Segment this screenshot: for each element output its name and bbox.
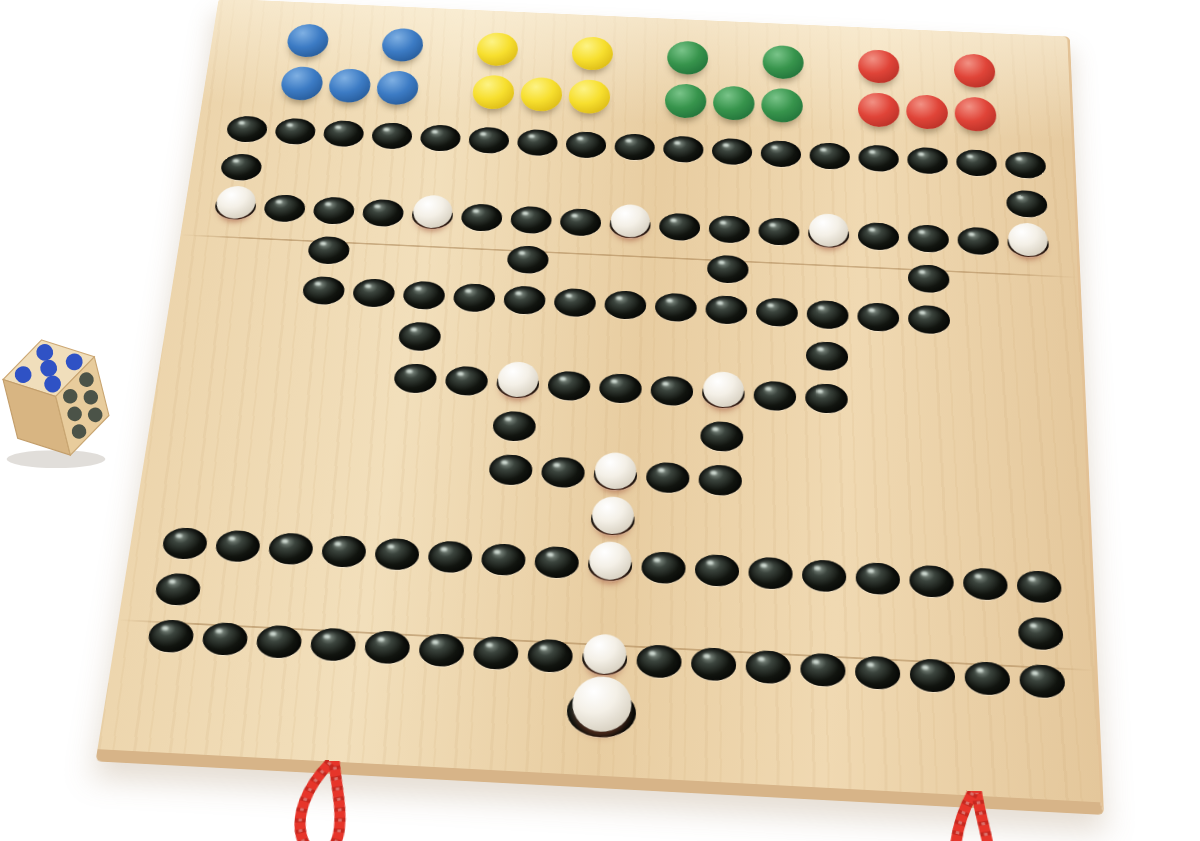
board-hole[interactable] <box>957 227 999 256</box>
board-hole[interactable] <box>807 300 849 330</box>
board-hole[interactable] <box>427 540 474 573</box>
board-hole[interactable] <box>756 297 798 327</box>
board-hole[interactable] <box>534 546 580 579</box>
yellow-ball[interactable] <box>471 75 515 110</box>
board-hole[interactable] <box>444 366 489 397</box>
board-hole[interactable] <box>559 208 602 237</box>
die-shadow <box>7 450 106 468</box>
board-hole[interactable] <box>154 572 203 606</box>
red-ball[interactable] <box>858 92 900 128</box>
board-hole[interactable] <box>393 363 438 394</box>
board-hole[interactable] <box>760 140 801 168</box>
board-hole[interactable] <box>274 118 317 146</box>
board-hole[interactable] <box>908 224 949 253</box>
board-hole[interactable] <box>320 535 367 568</box>
board-hole[interactable] <box>956 149 997 177</box>
board-hole[interactable] <box>492 411 537 442</box>
cord-loop-right <box>935 789 1011 841</box>
board-hole[interactable] <box>907 147 947 175</box>
board-hole[interactable] <box>806 341 848 371</box>
board-hole[interactable] <box>694 554 739 587</box>
board-hole[interactable] <box>553 288 596 318</box>
board-hole[interactable] <box>908 264 950 293</box>
red-ball[interactable] <box>954 96 996 132</box>
board-hole[interactable] <box>488 454 533 486</box>
board-hole[interactable] <box>965 661 1011 696</box>
board-hole[interactable] <box>1005 151 1046 179</box>
blue-ball[interactable] <box>279 66 325 101</box>
board-hole[interactable] <box>598 373 642 404</box>
board-hole[interactable] <box>857 302 899 332</box>
board-hole[interactable] <box>641 551 686 584</box>
board-hole[interactable] <box>312 196 356 225</box>
board-hole[interactable] <box>707 255 749 284</box>
board-hole[interactable] <box>201 622 250 656</box>
board-hole[interactable] <box>614 133 655 161</box>
board-hole[interactable] <box>565 131 607 159</box>
board-hole[interactable] <box>472 636 519 671</box>
board-hole[interactable] <box>753 380 796 411</box>
board-hole[interactable] <box>460 203 503 232</box>
board-hole[interactable] <box>480 543 526 576</box>
board-hole[interactable] <box>708 215 750 244</box>
green-ball[interactable] <box>761 88 803 124</box>
board-hole[interactable] <box>503 285 547 315</box>
green-ball[interactable] <box>664 83 707 119</box>
board-hole[interactable] <box>161 527 209 560</box>
board-hole[interactable] <box>809 142 849 170</box>
board-hole[interactable] <box>267 532 314 565</box>
board-hole[interactable] <box>802 559 846 593</box>
board-hole[interactable] <box>636 644 682 679</box>
board-hole[interactable] <box>363 630 411 665</box>
board-hole[interactable] <box>418 633 466 668</box>
green-ball[interactable] <box>712 86 755 122</box>
photo-scene <box>0 0 1200 841</box>
red-ball[interactable] <box>954 53 996 88</box>
board-hole[interactable] <box>705 295 748 325</box>
board-hole[interactable] <box>527 638 574 673</box>
blue-ball[interactable] <box>380 28 424 63</box>
green-ball[interactable] <box>666 41 708 76</box>
board-hole[interactable] <box>219 153 263 181</box>
board-hole[interactable] <box>1019 664 1065 699</box>
board-hole[interactable] <box>856 562 900 596</box>
board-hole[interactable] <box>748 556 793 590</box>
board-hole[interactable] <box>604 290 647 320</box>
yellow-ball[interactable] <box>568 79 612 115</box>
cord-loop-left <box>278 758 362 841</box>
board-hole[interactable] <box>468 127 510 155</box>
board-hole[interactable] <box>858 144 898 172</box>
board-hole[interactable] <box>361 199 405 228</box>
red-ball[interactable] <box>906 94 948 130</box>
board-hole[interactable] <box>540 456 585 488</box>
board-hole[interactable] <box>1017 570 1062 604</box>
board-hole[interactable] <box>419 124 461 152</box>
die[interactable] <box>0 316 112 488</box>
board-hole[interactable] <box>225 115 268 142</box>
board-hole[interactable] <box>654 293 697 323</box>
board-hole[interactable] <box>301 276 346 306</box>
board-hole[interactable] <box>255 625 304 659</box>
board-hole[interactable] <box>650 375 694 406</box>
board-hole[interactable] <box>700 421 744 453</box>
board-hole[interactable] <box>352 278 396 308</box>
board-hole[interactable] <box>909 565 953 599</box>
board-hole[interactable] <box>452 283 496 313</box>
board-hole[interactable] <box>800 652 845 687</box>
yellow-ball[interactable] <box>519 77 563 113</box>
board-hole[interactable] <box>659 213 701 242</box>
yellow-ball[interactable] <box>571 36 614 71</box>
board-hole[interactable] <box>516 129 558 157</box>
board-hole[interactable] <box>855 655 900 690</box>
board-hole[interactable] <box>663 135 704 163</box>
board-hole[interactable] <box>908 305 950 335</box>
board-hole[interactable] <box>263 194 307 223</box>
game-board <box>96 0 1104 815</box>
board-hole[interactable] <box>371 122 414 150</box>
board-hole[interactable] <box>1006 190 1048 218</box>
board-hole[interactable] <box>963 567 1008 601</box>
board-hole[interactable] <box>758 217 799 246</box>
blue-ball[interactable] <box>327 68 372 103</box>
blue-ball[interactable] <box>375 70 420 105</box>
blue-ball[interactable] <box>285 24 330 59</box>
red-ball[interactable] <box>858 49 899 84</box>
board-hole[interactable] <box>691 647 737 682</box>
green-ball[interactable] <box>762 45 804 80</box>
board-hole[interactable] <box>712 138 753 166</box>
board-hole[interactable] <box>910 658 955 693</box>
board-hole[interactable] <box>402 281 446 311</box>
board-surface <box>96 0 1104 815</box>
board-hole[interactable] <box>397 321 442 351</box>
board-hole[interactable] <box>1018 616 1064 650</box>
board-hole[interactable] <box>547 370 591 401</box>
board-hole[interactable] <box>146 619 195 653</box>
board-hole[interactable] <box>858 222 899 251</box>
board-hole[interactable] <box>698 464 742 496</box>
yellow-ball[interactable] <box>475 32 519 67</box>
board-hole[interactable] <box>307 236 351 265</box>
board-hole[interactable] <box>214 530 262 563</box>
board-hole[interactable] <box>322 120 365 148</box>
board-hole[interactable] <box>645 462 689 494</box>
board-hole[interactable] <box>506 245 549 274</box>
board-hole[interactable] <box>805 383 848 414</box>
board-hole[interactable] <box>309 627 357 662</box>
board-hole[interactable] <box>510 206 553 235</box>
board-hole[interactable] <box>374 538 421 571</box>
board-hole[interactable] <box>745 650 791 685</box>
